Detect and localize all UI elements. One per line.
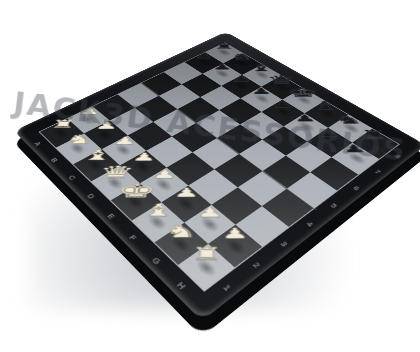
piece-white-pawn: ♟: [64, 75, 110, 119]
piece-black-rook: ♜: [204, 14, 244, 52]
board-rim: ABCDEFGH 87654321 ♜♞♝♛♚♝♞♜♟♟♟♟♟♟♟♟♟♟♟♟♟♟…: [14, 32, 420, 322]
perspective-stage: ABCDEFGH 87654321 ♜♞♝♛♚♝♞♜♟♟♟♟♟♟♟♟♟♟♟♟♟♟…: [0, 0, 420, 352]
pieces-layer: ♜♞♝♛♚♝♞♜♟♟♟♟♟♟♟♟♟♟♟♟♟♟♟♟♜♞♝♛♚♝♞♜: [14, 32, 420, 322]
chess-board: ABCDEFGH 87654321 ♜♞♝♛♚♝♞♜♟♟♟♟♟♟♟♟♟♟♟♟♟♟…: [14, 32, 420, 322]
product-photo-page: ABCDEFGH 87654321 ♜♞♝♛♚♝♞♜♟♟♟♟♟♟♟♟♟♟♟♟♟♟…: [0, 0, 420, 352]
